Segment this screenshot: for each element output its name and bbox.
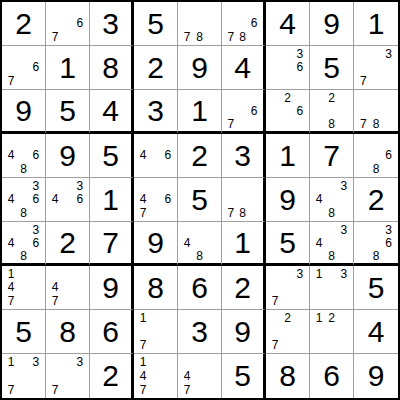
candidate-6: 6 bbox=[294, 61, 306, 75]
cell-r6c1[interactable]: 3468 bbox=[2, 222, 46, 266]
cell-value: 4 bbox=[279, 9, 296, 39]
candidate-grid: 678 bbox=[225, 3, 260, 44]
candidate-3: 3 bbox=[294, 267, 306, 281]
cell-r7c8[interactable]: 13 bbox=[310, 266, 354, 310]
cell-value: 4 bbox=[102, 96, 119, 126]
cell-r4c1[interactable]: 468 bbox=[2, 134, 46, 178]
cell-r8c8[interactable]: 12 bbox=[310, 310, 354, 354]
candidate-grid: 46 bbox=[137, 135, 174, 176]
candidate-7: 7 bbox=[225, 206, 237, 220]
cell-r6c6[interactable]: 1 bbox=[222, 222, 266, 266]
cell-r8c7[interactable]: 27 bbox=[266, 310, 310, 354]
candidate-6: 6 bbox=[248, 17, 260, 31]
cell-r6c5[interactable]: 48 bbox=[178, 222, 222, 266]
cell-r7c4[interactable]: 8 bbox=[134, 266, 178, 310]
candidate-6: 6 bbox=[30, 61, 42, 75]
candidate-4: 4 bbox=[137, 193, 149, 207]
candidate-8: 8 bbox=[193, 249, 205, 262]
candidate-grid: 467 bbox=[137, 179, 174, 220]
cell-value: 5 bbox=[368, 273, 385, 303]
candidate-1: 1 bbox=[5, 355, 17, 369]
cell-r9c6[interactable]: 5 bbox=[222, 354, 266, 398]
cell-r5c9[interactable]: 2 bbox=[354, 178, 398, 222]
cell-value: 3 bbox=[191, 317, 208, 347]
cell-r5c2[interactable]: 346 bbox=[46, 178, 90, 222]
cell-value: 3 bbox=[147, 96, 164, 126]
cell-value: 7 bbox=[323, 141, 340, 171]
candidate-6: 6 bbox=[30, 149, 42, 163]
cell-r3c8[interactable]: 28 bbox=[310, 90, 354, 134]
candidate-3: 3 bbox=[338, 267, 350, 281]
cell-r8c3[interactable]: 6 bbox=[90, 310, 134, 354]
candidate-3: 3 bbox=[74, 179, 86, 193]
candidate-grid: 68 bbox=[357, 135, 395, 176]
cell-r1c9[interactable]: 1 bbox=[354, 2, 398, 46]
cell-r9c4[interactable]: 147 bbox=[134, 354, 178, 398]
cell-value: 5 bbox=[191, 185, 208, 215]
candidate-3: 3 bbox=[30, 223, 42, 236]
cell-value: 2 bbox=[234, 273, 251, 303]
cell-value: 5 bbox=[279, 228, 296, 258]
candidate-7: 7 bbox=[181, 30, 193, 44]
cell-value: 1 bbox=[279, 141, 296, 171]
candidate-4: 4 bbox=[137, 149, 149, 163]
candidate-4: 4 bbox=[49, 193, 61, 207]
candidate-grid: 47 bbox=[49, 267, 86, 308]
cell-r4c5[interactable]: 2 bbox=[178, 134, 222, 178]
candidate-4: 4 bbox=[313, 236, 325, 249]
cell-r6c9[interactable]: 368 bbox=[354, 222, 398, 266]
candidate-3: 3 bbox=[294, 47, 306, 61]
cell-r1c1[interactable]: 2 bbox=[2, 2, 46, 46]
candidate-8: 8 bbox=[370, 249, 383, 262]
cell-value: 3 bbox=[234, 141, 251, 171]
candidate-8: 8 bbox=[237, 30, 249, 44]
cell-r1c6[interactable]: 678 bbox=[222, 2, 266, 46]
candidate-6: 6 bbox=[30, 193, 42, 207]
candidate-grid: 3468 bbox=[5, 179, 42, 220]
cell-value: 9 bbox=[102, 273, 119, 303]
candidate-7: 7 bbox=[269, 294, 281, 308]
cell-value: 5 bbox=[15, 317, 32, 347]
candidate-2: 2 bbox=[325, 91, 337, 104]
cell-r5c1[interactable]: 3468 bbox=[2, 178, 46, 222]
cell-r6c4[interactable]: 9 bbox=[134, 222, 178, 266]
candidate-grid: 17 bbox=[137, 311, 174, 352]
candidate-4: 4 bbox=[5, 193, 17, 207]
candidate-4: 4 bbox=[5, 149, 17, 163]
candidate-grid: 346 bbox=[49, 179, 86, 220]
candidate-grid: 67 bbox=[49, 3, 86, 44]
cell-r3c7[interactable]: 26 bbox=[266, 90, 310, 134]
candidate-8: 8 bbox=[17, 249, 29, 262]
candidate-1: 1 bbox=[137, 355, 149, 369]
candidate-grid: 37 bbox=[269, 267, 306, 308]
cell-r2c6[interactable]: 4 bbox=[222, 46, 266, 90]
cell-value: 1 bbox=[59, 53, 76, 83]
candidate-2: 2 bbox=[325, 311, 337, 325]
cell-value: 9 bbox=[191, 53, 208, 83]
cell-value: 2 bbox=[102, 361, 119, 391]
candidate-7: 7 bbox=[225, 117, 237, 130]
cell-r7c1[interactable]: 147 bbox=[2, 266, 46, 310]
cell-value: 2 bbox=[59, 228, 76, 258]
cell-value: 2 bbox=[191, 141, 208, 171]
cell-r2c9[interactable]: 37 bbox=[354, 46, 398, 90]
cell-r9c1[interactable]: 137 bbox=[2, 354, 46, 398]
cell-value: 5 bbox=[59, 96, 76, 126]
cell-value: 5 bbox=[147, 9, 164, 39]
candidate-8: 8 bbox=[325, 249, 337, 262]
candidate-3: 3 bbox=[30, 355, 42, 369]
cell-r1c3[interactable]: 3 bbox=[90, 2, 134, 46]
cell-r4c8[interactable]: 7 bbox=[310, 134, 354, 178]
cell-r1c5[interactable]: 78 bbox=[178, 2, 222, 46]
candidate-4: 4 bbox=[181, 369, 193, 383]
cell-r1c4[interactable]: 5 bbox=[134, 2, 178, 46]
candidate-8: 8 bbox=[325, 117, 337, 130]
candidate-grid: 137 bbox=[5, 355, 42, 397]
cell-r5c4[interactable]: 467 bbox=[134, 178, 178, 222]
cell-r3c6[interactable]: 67 bbox=[222, 90, 266, 134]
cell-r7c5[interactable]: 6 bbox=[178, 266, 222, 310]
cell-r4c9[interactable]: 68 bbox=[354, 134, 398, 178]
candidate-7: 7 bbox=[357, 74, 370, 88]
candidate-7: 7 bbox=[137, 206, 149, 220]
candidate-2: 2 bbox=[281, 311, 293, 325]
candidate-grid: 348 bbox=[313, 223, 350, 262]
cell-value: 8 bbox=[59, 317, 76, 347]
candidate-8: 8 bbox=[370, 117, 383, 130]
candidate-8: 8 bbox=[17, 162, 29, 176]
candidate-6: 6 bbox=[74, 193, 86, 207]
candidate-grid: 28 bbox=[313, 91, 350, 130]
candidate-8: 8 bbox=[370, 162, 383, 176]
candidate-4: 4 bbox=[313, 193, 325, 207]
candidate-4: 4 bbox=[181, 236, 193, 249]
candidate-grid: 12 bbox=[313, 311, 350, 352]
candidate-6: 6 bbox=[162, 149, 174, 163]
cell-r8c4[interactable]: 17 bbox=[134, 310, 178, 354]
candidate-1: 1 bbox=[313, 311, 325, 325]
cell-r7c6[interactable]: 2 bbox=[222, 266, 266, 310]
cell-value: 6 bbox=[102, 317, 119, 347]
candidate-4: 4 bbox=[49, 281, 61, 295]
candidate-3: 3 bbox=[30, 179, 42, 193]
cell-r2c2[interactable]: 1 bbox=[46, 46, 90, 90]
cell-r3c9[interactable]: 78 bbox=[354, 90, 398, 134]
cell-r5c5[interactable]: 5 bbox=[178, 178, 222, 222]
cell-value: 6 bbox=[323, 361, 340, 391]
candidate-grid: 468 bbox=[5, 135, 42, 176]
cell-r6c3[interactable]: 7 bbox=[90, 222, 134, 266]
candidate-6: 6 bbox=[382, 236, 395, 249]
cell-r7c9[interactable]: 5 bbox=[354, 266, 398, 310]
cell-value: 2 bbox=[147, 53, 164, 83]
cell-r3c5[interactable]: 1 bbox=[178, 90, 222, 134]
cell-r4c2[interactable]: 9 bbox=[46, 134, 90, 178]
cell-r8c9[interactable]: 4 bbox=[354, 310, 398, 354]
candidate-3: 3 bbox=[74, 355, 86, 369]
cell-value: 8 bbox=[279, 361, 296, 391]
candidate-7: 7 bbox=[225, 30, 237, 44]
candidate-6: 6 bbox=[74, 17, 86, 31]
cell-value: 9 bbox=[323, 9, 340, 39]
candidate-1: 1 bbox=[137, 311, 149, 325]
cell-value: 9 bbox=[368, 361, 385, 391]
cell-value: 9 bbox=[15, 96, 32, 126]
cell-value: 5 bbox=[102, 141, 119, 171]
cell-value: 5 bbox=[323, 53, 340, 83]
candidate-6: 6 bbox=[382, 149, 395, 163]
candidate-grid: 147 bbox=[137, 355, 174, 397]
candidate-7: 7 bbox=[49, 383, 61, 397]
candidate-grid: 67 bbox=[225, 91, 260, 130]
cell-value: 4 bbox=[368, 317, 385, 347]
cell-r3c4[interactable]: 3 bbox=[134, 90, 178, 134]
cell-r1c8[interactable]: 9 bbox=[310, 2, 354, 46]
candidate-6: 6 bbox=[294, 104, 306, 117]
cell-r3c3[interactable]: 4 bbox=[90, 90, 134, 134]
candidate-8: 8 bbox=[237, 206, 249, 220]
cell-r5c6[interactable]: 78 bbox=[222, 178, 266, 222]
cell-value: 1 bbox=[234, 228, 251, 258]
cell-r5c3[interactable]: 1 bbox=[90, 178, 134, 222]
candidate-7: 7 bbox=[5, 294, 17, 308]
cell-r3c2[interactable]: 5 bbox=[46, 90, 90, 134]
cell-value: 2 bbox=[368, 185, 385, 215]
candidate-grid: 26 bbox=[269, 91, 306, 130]
cell-value: 8 bbox=[102, 53, 119, 83]
cell-r6c7[interactable]: 5 bbox=[266, 222, 310, 266]
cell-r3c1[interactable]: 9 bbox=[2, 90, 46, 134]
candidate-6: 6 bbox=[162, 193, 174, 207]
candidate-7: 7 bbox=[269, 338, 281, 352]
cell-r4c6[interactable]: 3 bbox=[222, 134, 266, 178]
candidate-8: 8 bbox=[17, 206, 29, 220]
cell-value: 9 bbox=[234, 317, 251, 347]
candidate-7: 7 bbox=[5, 383, 17, 397]
cell-r9c5[interactable]: 47 bbox=[178, 354, 222, 398]
cell-value: 9 bbox=[59, 141, 76, 171]
candidate-grid: 67 bbox=[5, 47, 42, 88]
candidate-grid: 78 bbox=[225, 179, 260, 220]
cell-value: 1 bbox=[191, 96, 208, 126]
sudoku-board: 2673578678491671829436537954316726287846… bbox=[0, 0, 400, 400]
candidate-6: 6 bbox=[248, 104, 260, 117]
cell-r4c3[interactable]: 5 bbox=[90, 134, 134, 178]
cell-r2c7[interactable]: 36 bbox=[266, 46, 310, 90]
candidate-grid: 37 bbox=[49, 355, 86, 397]
candidate-grid: 3468 bbox=[5, 223, 42, 262]
cell-value: 6 bbox=[191, 273, 208, 303]
candidate-2: 2 bbox=[281, 91, 293, 104]
candidate-grid: 47 bbox=[181, 355, 218, 397]
cell-r1c7[interactable]: 4 bbox=[266, 2, 310, 46]
candidate-grid: 27 bbox=[269, 311, 306, 352]
candidate-3: 3 bbox=[382, 223, 395, 236]
cell-r9c3[interactable]: 2 bbox=[90, 354, 134, 398]
cell-r4c7[interactable]: 1 bbox=[266, 134, 310, 178]
candidate-7: 7 bbox=[49, 294, 61, 308]
candidate-3: 3 bbox=[382, 47, 395, 61]
cell-value: 4 bbox=[234, 53, 251, 83]
cell-r6c2[interactable]: 2 bbox=[46, 222, 90, 266]
cell-r2c1[interactable]: 67 bbox=[2, 46, 46, 90]
cell-r8c1[interactable]: 5 bbox=[2, 310, 46, 354]
cell-r8c5[interactable]: 3 bbox=[178, 310, 222, 354]
cell-r9c7[interactable]: 8 bbox=[266, 354, 310, 398]
cell-r9c9[interactable]: 9 bbox=[354, 354, 398, 398]
cell-value: 9 bbox=[279, 185, 296, 215]
candidate-1: 1 bbox=[5, 267, 17, 281]
candidate-7: 7 bbox=[357, 117, 370, 130]
candidate-3: 3 bbox=[338, 179, 350, 193]
candidate-7: 7 bbox=[137, 383, 149, 397]
candidate-7: 7 bbox=[49, 30, 61, 44]
cell-r7c7[interactable]: 37 bbox=[266, 266, 310, 310]
cell-r2c5[interactable]: 9 bbox=[178, 46, 222, 90]
candidate-grid: 78 bbox=[181, 3, 218, 44]
candidate-7: 7 bbox=[181, 383, 193, 397]
candidate-grid: 37 bbox=[357, 47, 395, 88]
candidate-grid: 348 bbox=[313, 179, 350, 220]
candidate-4: 4 bbox=[5, 236, 17, 249]
candidate-4: 4 bbox=[137, 369, 149, 383]
cell-value: 1 bbox=[102, 185, 119, 215]
candidate-7: 7 bbox=[5, 74, 17, 88]
cell-r9c2[interactable]: 37 bbox=[46, 354, 90, 398]
cell-r8c6[interactable]: 9 bbox=[222, 310, 266, 354]
candidate-grid: 78 bbox=[357, 91, 395, 130]
cell-r8c2[interactable]: 8 bbox=[46, 310, 90, 354]
cell-r2c3[interactable]: 8 bbox=[90, 46, 134, 90]
cell-r2c4[interactable]: 2 bbox=[134, 46, 178, 90]
cell-r5c7[interactable]: 9 bbox=[266, 178, 310, 222]
cell-value: 7 bbox=[102, 228, 119, 258]
candidate-4: 4 bbox=[5, 281, 17, 295]
cell-value: 5 bbox=[234, 361, 251, 391]
cell-r9c8[interactable]: 6 bbox=[310, 354, 354, 398]
cell-r2c8[interactable]: 5 bbox=[310, 46, 354, 90]
candidate-8: 8 bbox=[325, 206, 337, 220]
candidate-6: 6 bbox=[30, 236, 42, 249]
candidate-grid: 368 bbox=[357, 223, 395, 262]
candidate-1: 1 bbox=[313, 267, 325, 281]
candidate-grid: 147 bbox=[5, 267, 42, 308]
cell-value: 8 bbox=[147, 273, 164, 303]
cell-r1c2[interactable]: 67 bbox=[46, 2, 90, 46]
candidate-7: 7 bbox=[137, 338, 149, 352]
cell-r7c2[interactable]: 47 bbox=[46, 266, 90, 310]
cell-r6c8[interactable]: 348 bbox=[310, 222, 354, 266]
cell-r5c8[interactable]: 348 bbox=[310, 178, 354, 222]
candidate-grid: 36 bbox=[269, 47, 306, 88]
cell-r7c3[interactable]: 9 bbox=[90, 266, 134, 310]
cell-value: 1 bbox=[368, 9, 385, 39]
cell-value: 3 bbox=[102, 9, 119, 39]
candidate-3: 3 bbox=[338, 223, 350, 236]
cell-r4c4[interactable]: 46 bbox=[134, 134, 178, 178]
cell-value: 9 bbox=[147, 228, 164, 258]
candidate-grid: 48 bbox=[181, 223, 218, 262]
candidate-8: 8 bbox=[193, 30, 205, 44]
cell-value: 2 bbox=[15, 9, 32, 39]
candidate-grid: 13 bbox=[313, 267, 350, 308]
